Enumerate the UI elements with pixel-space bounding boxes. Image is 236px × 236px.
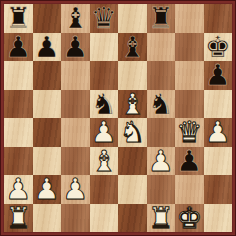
square-d8[interactable]: ♛ bbox=[90, 4, 119, 33]
square-f3[interactable]: ♟ bbox=[147, 147, 176, 176]
piece-white-king[interactable]: ♚ bbox=[176, 204, 202, 232]
square-g6[interactable] bbox=[175, 61, 204, 90]
square-f1[interactable]: ♜ bbox=[147, 204, 176, 233]
square-f2[interactable] bbox=[147, 175, 176, 204]
square-h2[interactable] bbox=[204, 175, 233, 204]
square-e8[interactable] bbox=[118, 4, 147, 33]
square-f5[interactable]: ♞ bbox=[147, 90, 176, 119]
square-a3[interactable] bbox=[4, 147, 33, 176]
piece-white-pawn[interactable]: ♟ bbox=[34, 175, 60, 203]
piece-white-pawn[interactable]: ♟ bbox=[91, 118, 117, 146]
square-b8[interactable] bbox=[33, 4, 62, 33]
square-d1[interactable] bbox=[90, 204, 119, 233]
square-b2[interactable]: ♟ bbox=[33, 175, 62, 204]
piece-white-pawn[interactable]: ♟ bbox=[62, 175, 88, 203]
square-a7[interactable]: ♟ bbox=[4, 33, 33, 62]
square-d3[interactable]: ♝ bbox=[90, 147, 119, 176]
square-d7[interactable] bbox=[90, 33, 119, 62]
square-b5[interactable] bbox=[33, 90, 62, 119]
square-h6[interactable]: ♟ bbox=[204, 61, 233, 90]
piece-black-bishop[interactable]: ♝ bbox=[62, 4, 88, 32]
square-d2[interactable] bbox=[90, 175, 119, 204]
square-h8[interactable] bbox=[204, 4, 233, 33]
square-a4[interactable] bbox=[4, 118, 33, 147]
square-e2[interactable] bbox=[118, 175, 147, 204]
square-a6[interactable] bbox=[4, 61, 33, 90]
square-b6[interactable] bbox=[33, 61, 62, 90]
piece-black-pawn[interactable]: ♟ bbox=[62, 33, 88, 61]
square-h4[interactable]: ♟ bbox=[204, 118, 233, 147]
square-f7[interactable] bbox=[147, 33, 176, 62]
square-f4[interactable] bbox=[147, 118, 176, 147]
square-h7[interactable]: ♚ bbox=[204, 33, 233, 62]
piece-black-queen[interactable]: ♛ bbox=[91, 4, 117, 32]
square-e6[interactable] bbox=[118, 61, 147, 90]
square-c2[interactable]: ♟ bbox=[61, 175, 90, 204]
square-h5[interactable] bbox=[204, 90, 233, 119]
square-a2[interactable]: ♟ bbox=[4, 175, 33, 204]
square-f8[interactable]: ♜ bbox=[147, 4, 176, 33]
square-c8[interactable]: ♝ bbox=[61, 4, 90, 33]
piece-black-pawn[interactable]: ♟ bbox=[5, 33, 31, 61]
piece-black-rook[interactable]: ♜ bbox=[148, 4, 174, 32]
square-a5[interactable] bbox=[4, 90, 33, 119]
square-g7[interactable] bbox=[175, 33, 204, 62]
chess-board: ♜♝♛♜♟♟♟♝♚♟♞♝♞♟♞♛♟♝♟♟♟♟♟♜♜♚ bbox=[4, 4, 232, 232]
piece-black-king[interactable]: ♚ bbox=[205, 33, 231, 61]
piece-white-rook[interactable]: ♜ bbox=[5, 204, 31, 232]
piece-white-knight[interactable]: ♞ bbox=[119, 118, 145, 146]
square-b4[interactable] bbox=[33, 118, 62, 147]
square-c6[interactable] bbox=[61, 61, 90, 90]
piece-black-pawn[interactable]: ♟ bbox=[205, 61, 231, 89]
piece-black-pawn[interactable]: ♟ bbox=[176, 147, 202, 175]
piece-white-queen[interactable]: ♛ bbox=[176, 118, 202, 146]
piece-black-bishop[interactable]: ♝ bbox=[119, 33, 145, 61]
square-a8[interactable]: ♜ bbox=[4, 4, 33, 33]
square-g2[interactable] bbox=[175, 175, 204, 204]
square-c5[interactable] bbox=[61, 90, 90, 119]
square-e5[interactable]: ♝ bbox=[118, 90, 147, 119]
square-b1[interactable] bbox=[33, 204, 62, 233]
piece-black-pawn[interactable]: ♟ bbox=[34, 33, 60, 61]
piece-white-bishop[interactable]: ♝ bbox=[91, 147, 117, 175]
square-d6[interactable] bbox=[90, 61, 119, 90]
square-g5[interactable] bbox=[175, 90, 204, 119]
piece-white-bishop[interactable]: ♝ bbox=[119, 90, 145, 118]
piece-white-pawn[interactable]: ♟ bbox=[148, 147, 174, 175]
square-g1[interactable]: ♚ bbox=[175, 204, 204, 233]
square-c4[interactable] bbox=[61, 118, 90, 147]
board-frame: ♜♝♛♜♟♟♟♝♚♟♞♝♞♟♞♛♟♝♟♟♟♟♟♜♜♚ bbox=[0, 0, 236, 236]
square-g4[interactable]: ♛ bbox=[175, 118, 204, 147]
square-h3[interactable] bbox=[204, 147, 233, 176]
piece-white-pawn[interactable]: ♟ bbox=[5, 175, 31, 203]
square-e1[interactable] bbox=[118, 204, 147, 233]
square-a1[interactable]: ♜ bbox=[4, 204, 33, 233]
square-f6[interactable] bbox=[147, 61, 176, 90]
square-b7[interactable]: ♟ bbox=[33, 33, 62, 62]
square-c7[interactable]: ♟ bbox=[61, 33, 90, 62]
square-h1[interactable] bbox=[204, 204, 233, 233]
piece-black-knight[interactable]: ♞ bbox=[91, 90, 117, 118]
square-c3[interactable] bbox=[61, 147, 90, 176]
piece-white-rook[interactable]: ♜ bbox=[148, 204, 174, 232]
piece-white-pawn[interactable]: ♟ bbox=[205, 118, 231, 146]
square-g8[interactable] bbox=[175, 4, 204, 33]
square-d4[interactable]: ♟ bbox=[90, 118, 119, 147]
square-e3[interactable] bbox=[118, 147, 147, 176]
square-g3[interactable]: ♟ bbox=[175, 147, 204, 176]
piece-black-knight[interactable]: ♞ bbox=[148, 90, 174, 118]
square-d5[interactable]: ♞ bbox=[90, 90, 119, 119]
square-b3[interactable] bbox=[33, 147, 62, 176]
square-c1[interactable] bbox=[61, 204, 90, 233]
square-e7[interactable]: ♝ bbox=[118, 33, 147, 62]
square-e4[interactable]: ♞ bbox=[118, 118, 147, 147]
piece-black-rook[interactable]: ♜ bbox=[5, 4, 31, 32]
